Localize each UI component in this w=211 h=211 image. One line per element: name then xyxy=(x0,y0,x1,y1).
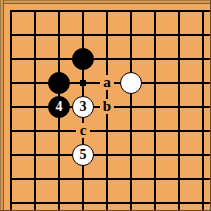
white-stone-c4r7: 5 xyxy=(72,144,94,166)
point-label-b: b xyxy=(100,99,114,114)
horizontal-grid-line xyxy=(10,130,211,132)
white-stone-c6r4 xyxy=(120,72,142,94)
vertical-grid-line xyxy=(10,10,12,211)
horizontal-grid-line xyxy=(10,58,211,60)
black-stone-c3r4 xyxy=(48,72,70,94)
vertical-grid-line xyxy=(34,10,36,211)
vertical-grid-line xyxy=(178,10,180,211)
board-frame-right xyxy=(210,0,211,211)
vertical-grid-line xyxy=(202,10,204,211)
point-label-c: c xyxy=(76,123,90,138)
go-board: abc 435 xyxy=(0,0,211,211)
board-frame-bottom xyxy=(0,210,211,211)
black-stone-c3r5: 4 xyxy=(48,96,70,118)
board-frame-left xyxy=(0,0,4,211)
board-frame-top xyxy=(0,0,211,4)
horizontal-grid-line xyxy=(10,34,211,36)
horizontal-grid-line xyxy=(10,10,211,12)
black-stone-c4r3 xyxy=(72,48,94,70)
horizontal-grid-line xyxy=(10,178,211,180)
vertical-grid-line xyxy=(130,10,132,211)
horizontal-grid-line xyxy=(10,154,211,156)
horizontal-grid-line xyxy=(10,202,211,204)
white-stone-c4r5: 3 xyxy=(72,96,94,118)
point-label-a: a xyxy=(100,75,114,90)
vertical-grid-line xyxy=(154,10,156,211)
star-point-marker xyxy=(80,80,86,86)
